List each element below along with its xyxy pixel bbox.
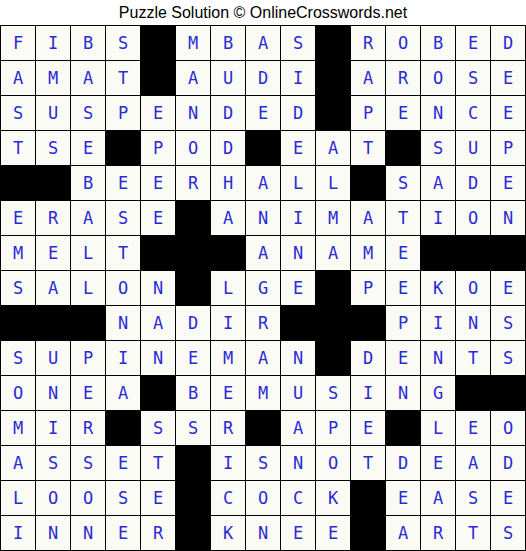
letter-cell: E (491, 271, 526, 306)
black-cell (1, 166, 36, 201)
letter-cell: I (421, 306, 456, 341)
letter-cell: T (456, 341, 491, 376)
letter-cell: O (386, 26, 421, 61)
letter-cell: R (176, 166, 211, 201)
letter-cell: S (1, 341, 36, 376)
black-cell (36, 166, 71, 201)
letter-cell: O (246, 481, 281, 516)
letter-cell: U (36, 96, 71, 131)
letter-cell: A (246, 236, 281, 271)
letter-cell: I (106, 341, 141, 376)
letter-cell: O (1, 376, 36, 411)
letter-cell: U (36, 341, 71, 376)
letter-cell: E (386, 341, 421, 376)
letter-cell: M (1, 411, 36, 446)
black-cell (176, 481, 211, 516)
letter-cell: M (211, 341, 246, 376)
letter-cell: S (106, 201, 141, 236)
letter-cell: O (491, 411, 526, 446)
letter-cell: A (141, 306, 176, 341)
letter-cell: G (421, 376, 456, 411)
letter-cell: S (1, 271, 36, 306)
letter-cell: E (281, 271, 316, 306)
letter-cell: S (456, 481, 491, 516)
letter-cell: S (106, 481, 141, 516)
black-cell (351, 481, 386, 516)
letter-cell: R (386, 61, 421, 96)
letter-cell: I (36, 26, 71, 61)
letter-cell: L (71, 236, 106, 271)
letter-cell: E (421, 446, 456, 481)
letter-cell: E (71, 376, 106, 411)
letter-cell: L (71, 271, 106, 306)
letter-cell: N (491, 201, 526, 236)
letter-cell: S (36, 131, 71, 166)
letter-cell: A (211, 201, 246, 236)
letter-cell: A (36, 271, 71, 306)
letter-cell: M (1, 236, 36, 271)
letter-cell: A (1, 446, 36, 481)
letter-cell: D (246, 61, 281, 96)
letter-cell: K (421, 271, 456, 306)
letter-cell: E (351, 411, 386, 446)
letter-cell: E (246, 96, 281, 131)
letter-cell: E (456, 26, 491, 61)
letter-cell: P (351, 96, 386, 131)
black-cell (316, 306, 351, 341)
black-cell (316, 26, 351, 61)
letter-cell: C (456, 96, 491, 131)
black-cell (71, 306, 106, 341)
letter-cell: P (491, 131, 526, 166)
letter-cell: S (456, 61, 491, 96)
letter-cell: B (176, 376, 211, 411)
letter-cell: A (1, 61, 36, 96)
letter-cell: B (421, 26, 456, 61)
letter-cell: A (316, 131, 351, 166)
black-cell (491, 376, 526, 411)
letter-cell: D (491, 26, 526, 61)
black-cell (351, 166, 386, 201)
letter-cell: M (176, 26, 211, 61)
letter-cell: N (281, 341, 316, 376)
letter-cell: S (176, 411, 211, 446)
letter-cell: U (211, 61, 246, 96)
letter-cell: E (1, 201, 36, 236)
letter-cell: S (246, 446, 281, 481)
letter-cell: A (351, 61, 386, 96)
letter-cell: E (176, 341, 211, 376)
letter-cell: T (351, 446, 386, 481)
letter-cell: T (386, 201, 421, 236)
letter-cell: R (211, 411, 246, 446)
black-cell (176, 271, 211, 306)
letter-cell: N (421, 96, 456, 131)
page-title: Puzzle Solution © OnlineCrosswords.net (0, 0, 526, 25)
letter-cell: K (316, 481, 351, 516)
letter-cell: E (491, 61, 526, 96)
letter-cell: S (106, 26, 141, 61)
letter-cell: H (211, 166, 246, 201)
black-cell (351, 306, 386, 341)
letter-cell: T (456, 516, 491, 551)
letter-cell: N (141, 341, 176, 376)
black-cell (386, 411, 421, 446)
letter-cell: E (211, 376, 246, 411)
letter-cell: N (71, 516, 106, 551)
letter-cell: O (71, 481, 106, 516)
black-cell (246, 411, 281, 446)
puzzle-solution-page: Puzzle Solution © OnlineCrosswords.net F… (0, 0, 526, 551)
letter-cell: G (246, 271, 281, 306)
letter-cell: L (421, 411, 456, 446)
letter-cell: L (316, 166, 351, 201)
black-cell (141, 236, 176, 271)
letter-cell: U (456, 131, 491, 166)
letter-cell: E (491, 166, 526, 201)
letter-cell: S (491, 306, 526, 341)
letter-cell: A (351, 201, 386, 236)
letter-cell: C (211, 481, 246, 516)
letter-cell: A (246, 341, 281, 376)
black-cell (176, 516, 211, 551)
letter-cell: A (106, 376, 141, 411)
letter-cell: E (141, 201, 176, 236)
letter-cell: E (491, 96, 526, 131)
letter-cell: O (456, 201, 491, 236)
letter-cell: N (281, 446, 316, 481)
letter-cell: N (246, 201, 281, 236)
letter-cell: E (36, 236, 71, 271)
letter-cell: N (386, 376, 421, 411)
letter-cell: E (491, 481, 526, 516)
letter-cell: A (71, 201, 106, 236)
letter-cell: A (421, 166, 456, 201)
black-cell (36, 306, 71, 341)
letter-cell: O (316, 446, 351, 481)
letter-cell: A (456, 446, 491, 481)
letter-cell: S (386, 166, 421, 201)
letter-cell: L (1, 481, 36, 516)
letter-cell: N (456, 306, 491, 341)
black-cell (456, 376, 491, 411)
letter-cell: E (386, 271, 421, 306)
letter-cell: O (456, 271, 491, 306)
letter-cell: S (71, 446, 106, 481)
letter-cell: P (71, 341, 106, 376)
letter-cell: N (246, 516, 281, 551)
letter-cell: I (281, 201, 316, 236)
letter-cell: E (106, 516, 141, 551)
letter-cell: C (281, 481, 316, 516)
black-cell (421, 236, 456, 271)
letter-cell: P (141, 131, 176, 166)
letter-cell: N (36, 376, 71, 411)
letter-cell: R (246, 306, 281, 341)
letter-cell: A (281, 411, 316, 446)
letter-cell: D (351, 341, 386, 376)
letter-cell: S (141, 411, 176, 446)
letter-cell: N (141, 271, 176, 306)
letter-cell: A (316, 236, 351, 271)
letter-cell: I (351, 376, 386, 411)
letter-cell: S (316, 376, 351, 411)
letter-cell: E (106, 446, 141, 481)
letter-cell: N (421, 341, 456, 376)
black-cell (316, 341, 351, 376)
letter-cell: F (1, 26, 36, 61)
letter-cell: P (386, 306, 421, 341)
letter-cell: R (141, 516, 176, 551)
letter-cell: E (141, 96, 176, 131)
letter-cell: R (36, 201, 71, 236)
letter-cell: T (141, 446, 176, 481)
letter-cell: D (456, 166, 491, 201)
letter-cell: I (421, 201, 456, 236)
letter-cell: E (141, 166, 176, 201)
letter-cell: R (421, 516, 456, 551)
letter-cell: D (386, 446, 421, 481)
letter-cell: N (176, 96, 211, 131)
crossword-grid: FIBSMBASROBEDAMATAUDIAROSESUSPENDEDPENCE… (0, 25, 526, 551)
letter-cell: E (281, 516, 316, 551)
black-cell (246, 131, 281, 166)
letter-cell: R (71, 411, 106, 446)
black-cell (211, 236, 246, 271)
letter-cell: N (281, 236, 316, 271)
letter-cell: S (1, 96, 36, 131)
letter-cell: E (386, 236, 421, 271)
letter-cell: P (351, 271, 386, 306)
black-cell (141, 376, 176, 411)
black-cell (176, 236, 211, 271)
letter-cell: S (36, 446, 71, 481)
letter-cell: D (281, 96, 316, 131)
letter-cell: P (106, 96, 141, 131)
letter-cell: A (246, 26, 281, 61)
letter-cell: P (316, 411, 351, 446)
letter-cell: D (211, 131, 246, 166)
letter-cell: D (491, 446, 526, 481)
letter-cell: L (281, 166, 316, 201)
letter-cell: S (71, 96, 106, 131)
letter-cell: O (421, 61, 456, 96)
black-cell (1, 306, 36, 341)
black-cell (141, 26, 176, 61)
letter-cell: M (316, 201, 351, 236)
black-cell (351, 516, 386, 551)
letter-cell: T (351, 131, 386, 166)
letter-cell: I (211, 446, 246, 481)
letter-cell: M (351, 236, 386, 271)
letter-cell: I (281, 61, 316, 96)
letter-cell: K (211, 516, 246, 551)
letter-cell: M (36, 61, 71, 96)
black-cell (316, 96, 351, 131)
letter-cell: A (71, 61, 106, 96)
letter-cell: N (36, 516, 71, 551)
letter-cell: I (211, 306, 246, 341)
letter-cell: A (386, 516, 421, 551)
letter-cell: A (176, 61, 211, 96)
black-cell (316, 61, 351, 96)
letter-cell: T (1, 131, 36, 166)
letter-cell: E (456, 411, 491, 446)
letter-cell: S (491, 341, 526, 376)
letter-cell: L (211, 271, 246, 306)
letter-cell: A (246, 166, 281, 201)
black-cell (106, 131, 141, 166)
letter-cell: O (36, 481, 71, 516)
letter-cell: E (281, 131, 316, 166)
black-cell (176, 446, 211, 481)
letter-cell: D (211, 96, 246, 131)
letter-cell: E (386, 481, 421, 516)
letter-cell: T (106, 236, 141, 271)
letter-cell: O (106, 271, 141, 306)
letter-cell: B (71, 166, 106, 201)
black-cell (281, 306, 316, 341)
black-cell (141, 61, 176, 96)
letter-cell: O (176, 131, 211, 166)
letter-cell: R (351, 26, 386, 61)
letter-cell: I (1, 516, 36, 551)
letter-cell: E (316, 516, 351, 551)
black-cell (106, 411, 141, 446)
black-cell (316, 271, 351, 306)
letter-cell: E (141, 481, 176, 516)
letter-cell: E (386, 96, 421, 131)
black-cell (386, 131, 421, 166)
letter-cell: T (106, 61, 141, 96)
letter-cell: N (106, 306, 141, 341)
letter-cell: E (106, 166, 141, 201)
black-cell (491, 236, 526, 271)
letter-cell: E (71, 131, 106, 166)
letter-cell: S (281, 26, 316, 61)
letter-cell: A (421, 481, 456, 516)
letter-cell: S (491, 516, 526, 551)
letter-cell: I (36, 411, 71, 446)
letter-cell: D (176, 306, 211, 341)
letter-cell: B (211, 26, 246, 61)
letter-cell: S (421, 131, 456, 166)
letter-cell: B (71, 26, 106, 61)
letter-cell: M (246, 376, 281, 411)
letter-cell: U (281, 376, 316, 411)
black-cell (456, 236, 491, 271)
black-cell (176, 201, 211, 236)
